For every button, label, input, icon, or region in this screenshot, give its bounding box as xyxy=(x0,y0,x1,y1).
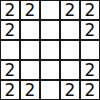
grid-cell-r2c5[interactable]: 2 xyxy=(81,21,99,39)
grid-cell-r1c2[interactable]: 2 xyxy=(21,1,39,19)
grid-cell-r5c3[interactable] xyxy=(41,81,59,99)
grid-cell-r4c3[interactable] xyxy=(41,61,59,79)
grid-cell-r2c4[interactable] xyxy=(61,21,79,39)
grid-cell-r5c2[interactable]: 2 xyxy=(21,81,39,99)
grid-cell-r3c1[interactable] xyxy=(1,41,19,59)
grid-cell-r3c5[interactable] xyxy=(81,41,99,59)
grid-cell-r4c5[interactable]: 2 xyxy=(81,61,99,79)
grid-cell-r1c3[interactable] xyxy=(41,1,59,19)
puzzle-board: 222222222222 xyxy=(0,0,100,100)
grid-cell-r1c4[interactable]: 2 xyxy=(61,1,79,19)
grid-cell-r2c2[interactable] xyxy=(21,21,39,39)
grid-cell-r1c1[interactable]: 2 xyxy=(1,1,19,19)
grid-cell-r5c4[interactable]: 2 xyxy=(61,81,79,99)
grid-cell-r3c3[interactable] xyxy=(41,41,59,59)
grid-cell-r2c1[interactable]: 2 xyxy=(1,21,19,39)
grid-cell-r5c1[interactable]: 2 xyxy=(1,81,19,99)
grid-cell-r2c3[interactable] xyxy=(41,21,59,39)
grid-cell-r4c1[interactable]: 2 xyxy=(1,61,19,79)
grid-cell-r5c5[interactable]: 2 xyxy=(81,81,99,99)
grid-cell-r3c2[interactable] xyxy=(21,41,39,59)
grid-cell-r1c5[interactable]: 2 xyxy=(81,1,99,19)
grid-cell-r3c4[interactable] xyxy=(61,41,79,59)
grid-cell-r4c4[interactable] xyxy=(61,61,79,79)
grid-cell-r4c2[interactable] xyxy=(21,61,39,79)
